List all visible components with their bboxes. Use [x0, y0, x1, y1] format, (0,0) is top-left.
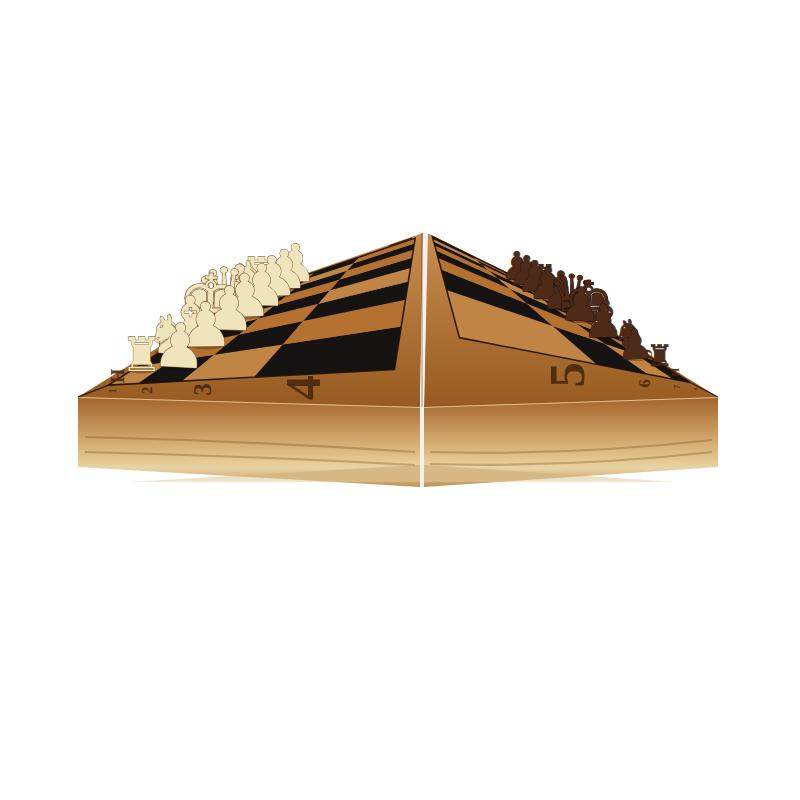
rank-label-7: 7 — [673, 385, 682, 389]
rank-label-5: 5 — [539, 362, 595, 387]
product-photo-stage: 1234HGFEDCBA5678HGFEDCBA♟♟♟♟♜♟♜♟♞♞♟♝♟♝♟♛… — [0, 0, 800, 800]
rank-label-4: 4 — [276, 375, 332, 400]
tabletop-reflection — [78, 465, 718, 720]
rank-label-3: 3 — [189, 383, 216, 395]
rank-label-6: 6 — [635, 379, 654, 387]
piece-white-r-h1: ♜ — [121, 328, 163, 382]
piece-black-r-h8: ♜ — [646, 339, 673, 373]
rank-label-2: 2 — [139, 387, 155, 394]
rank-label-1: 1 — [107, 388, 118, 393]
chess-set-photo: 1234HGFEDCBA5678HGFEDCBA♟♟♟♟♜♟♜♟♞♞♟♝♟♝♟♛… — [0, 0, 800, 800]
board-scene: 1234HGFEDCBA5678HGFEDCBA♟♟♟♟♜♟♜♟♞♞♟♝♟♝♟♛… — [78, 232, 718, 487]
